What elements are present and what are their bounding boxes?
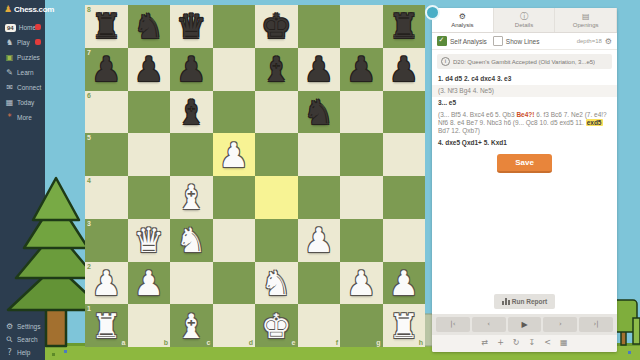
sidebar-item-label: Today — [17, 99, 34, 106]
square-h4[interactable] — [383, 176, 426, 219]
square-c7[interactable]: ♟ — [170, 48, 213, 91]
sidebar-item-today[interactable]: ▦Today — [0, 95, 45, 110]
rank-label: 7 — [87, 49, 91, 56]
square-g4[interactable] — [340, 176, 383, 219]
report-chart-icon — [502, 298, 509, 305]
sidebar-item-label: Puzzles — [17, 54, 40, 61]
play-knight-icon: ♞ — [5, 38, 14, 47]
square-e7[interactable]: ♝ — [255, 48, 298, 91]
square-c2[interactable] — [170, 262, 213, 305]
move-text[interactable]: (3. Nf3 Bg4 4. Ne5) — [438, 87, 494, 94]
square-g2[interactable]: ♟ — [340, 262, 383, 305]
tab-openings[interactable]: ▤Openings — [555, 8, 617, 32]
sidebar-item-label: Help — [17, 349, 30, 356]
square-e8[interactable]: ♚ — [255, 5, 298, 48]
move-navigation-bar: |‹‹▶››| — [432, 314, 617, 335]
square-g1[interactable]: g — [340, 304, 383, 347]
black-bishop-e7[interactable]: ♝ — [261, 52, 291, 86]
square-c4[interactable]: ♝ — [170, 176, 213, 219]
square-a4[interactable]: 4 — [85, 176, 128, 219]
sidebar-item-help[interactable]: ?Help — [0, 346, 45, 359]
square-c5[interactable] — [170, 133, 213, 176]
move-text[interactable]: 4. dxe5 Qxd1+ 5. Kxd1 — [438, 139, 507, 146]
add-icon[interactable]: + — [497, 339, 504, 347]
move-list[interactable]: 1. d4 d5 2. c4 dxc4 3. e3(3. Nf3 Bg4 4. … — [432, 72, 617, 150]
sidebar-item-more[interactable]: *More — [0, 110, 45, 125]
sidebar-item-label: Play — [17, 39, 30, 46]
black-pawn-f7[interactable]: ♟ — [304, 52, 334, 86]
square-h7[interactable]: ♟ — [383, 48, 426, 91]
square-c8[interactable]: ♛ — [170, 5, 213, 48]
move-text[interactable]: 3... e5 — [438, 99, 456, 106]
panel-spacer — [432, 179, 617, 291]
checkbox-box — [437, 36, 447, 46]
square-d3[interactable] — [213, 219, 256, 262]
square-c1[interactable]: c♝ — [170, 304, 213, 347]
square-g7[interactable]: ♟ — [340, 48, 383, 91]
square-b1[interactable]: b — [128, 304, 171, 347]
chess-board[interactable]: 8♜♞♛♚♜7♟♟♟♝♟♟♟6♝♞5♟4♝3♛♞♟2♟♟♞♟♟1a♜bc♝de♚… — [85, 5, 425, 347]
go-to-start-button[interactable]: |‹ — [436, 317, 470, 332]
square-h3[interactable] — [383, 219, 426, 262]
opening-name: D20: Queen's Gambit Accepted (Old Variat… — [453, 59, 595, 65]
play-button[interactable]: ▶ — [508, 317, 542, 332]
white-bishop-c1[interactable]: ♝ — [176, 309, 206, 343]
home-badge: 94 — [5, 24, 16, 32]
square-b2[interactable]: ♟ — [128, 262, 171, 305]
rank-label: 1 — [87, 305, 91, 312]
white-bishop-c4[interactable]: ♝ — [176, 180, 206, 214]
analysis-icon: ⚙ — [459, 13, 466, 21]
sidebar-footer: ⚙Settings⚲Search?Help — [0, 320, 45, 359]
square-b3[interactable]: ♛ — [128, 219, 171, 262]
white-pawn-b2[interactable]: ♟ — [134, 266, 164, 300]
learn-icon: ✎ — [5, 68, 14, 77]
panel-tabs: ⚙AnalysisⓘDetails▤Openings — [432, 8, 617, 33]
white-pawn-h2[interactable]: ♟ — [389, 266, 419, 300]
square-d2[interactable] — [213, 262, 256, 305]
rank-label: 8 — [87, 6, 91, 13]
tab-label: Analysis — [451, 22, 473, 28]
self-analysis-checkbox[interactable]: Self Analysis — [437, 36, 487, 46]
square-a6[interactable]: 6 — [85, 91, 128, 134]
logo-text: Chess.com — [14, 5, 54, 14]
black-knight-f6[interactable]: ♞ — [304, 95, 334, 129]
show-lines-label: Show Lines — [506, 38, 540, 45]
file-label: g — [376, 339, 380, 346]
run-report-label: Run Report — [512, 298, 547, 305]
square-g8[interactable] — [340, 5, 383, 48]
run-report-button[interactable]: Run Report — [494, 294, 555, 309]
go-to-end-button[interactable]: ›| — [579, 317, 613, 332]
file-label: d — [249, 339, 253, 346]
flip-board-icon[interactable]: ⇄ — [481, 339, 488, 347]
opening-name-bar[interactable]: i D20: Queen's Gambit Accepted (Old Vari… — [437, 54, 612, 69]
square-e5[interactable] — [255, 133, 298, 176]
sidebar-item-play[interactable]: ♞Play — [0, 35, 45, 50]
square-d6[interactable] — [213, 91, 256, 134]
file-label: a — [122, 339, 126, 346]
share-icon[interactable]: < — [544, 339, 551, 347]
tab-details[interactable]: ⓘDetails — [494, 8, 556, 32]
square-a1[interactable]: 1a♜ — [85, 304, 128, 347]
white-pawn-f3[interactable]: ♟ — [304, 223, 334, 257]
engine-settings-gear-icon[interactable]: ⚙ — [605, 37, 612, 46]
square-c6[interactable]: ♝ — [170, 91, 213, 134]
square-d4[interactable] — [213, 176, 256, 219]
settings-gear-icon: ⚙ — [5, 322, 14, 331]
sidebar-item-connect[interactable]: ✉Connect — [0, 80, 45, 95]
sidebar: ♟ Chess.com 94Home♞Play▣Puzzles✎Learn✉Co… — [0, 0, 45, 360]
info-icon: i — [441, 57, 450, 66]
white-rook-a1[interactable]: ♜ — [91, 309, 121, 343]
show-lines-checkbox[interactable]: Show Lines — [493, 36, 540, 46]
sidebar-item-settings[interactable]: ⚙Settings — [0, 320, 45, 333]
engine-depth: depth=18 ⚙ — [577, 37, 612, 46]
analysis-options: Self Analysis Show Lines depth=18 ⚙ — [432, 33, 617, 50]
square-g3[interactable] — [340, 219, 383, 262]
file-label: b — [164, 339, 168, 346]
white-knight-e2[interactable]: ♞ — [261, 266, 291, 300]
analysis-panel: ⚙AnalysisⓘDetails▤Openings Self Analysis… — [432, 8, 617, 352]
square-h1[interactable]: h♜ — [383, 304, 426, 347]
save-button[interactable]: Save — [497, 154, 552, 173]
black-pawn-b7[interactable]: ♟ — [134, 52, 164, 86]
tab-label: Details — [515, 22, 533, 28]
move-text[interactable]: (3... Bf5 4. Bxc4 e6 5. Qb3 — [438, 111, 516, 118]
square-f3[interactable]: ♟ — [298, 219, 341, 262]
move-line[interactable]: 1. d4 d5 2. c4 dxc4 3. e3 — [432, 73, 617, 85]
sidebar-item-label: Home — [19, 24, 36, 31]
square-c3[interactable]: ♞ — [170, 219, 213, 262]
white-pawn-d5[interactable]: ♟ — [219, 138, 249, 172]
square-a7[interactable]: 7♟ — [85, 48, 128, 91]
notification-badge — [35, 24, 41, 30]
square-a2[interactable]: 2♟ — [85, 262, 128, 305]
white-pawn-a2[interactable]: ♟ — [91, 266, 121, 300]
boards-icon[interactable]: ▦ — [560, 339, 568, 347]
previous-move-button[interactable]: ‹ — [472, 317, 506, 332]
black-pawn-h7[interactable]: ♟ — [389, 52, 419, 86]
rank-label: 2 — [87, 263, 91, 270]
app-window: ♟ Chess.com 94Home♞Play▣Puzzles✎Learn✉Co… — [0, 0, 640, 360]
sidebar-item-home[interactable]: 94Home — [0, 20, 45, 35]
search-icon: ⚲ — [3, 333, 16, 346]
move-text[interactable]: Bd7 12. Qxb7) — [438, 127, 480, 134]
square-h6[interactable] — [383, 91, 426, 134]
sidebar-item-learn[interactable]: ✎Learn — [0, 65, 45, 80]
openings-book-icon: ▤ — [582, 13, 590, 21]
square-d5[interactable]: ♟ — [213, 133, 256, 176]
black-pawn-a7[interactable]: ♟ — [91, 52, 121, 86]
sidebar-item-search[interactable]: ⚲Search — [0, 333, 45, 346]
black-rook-h8[interactable]: ♜ — [389, 9, 419, 43]
square-b5[interactable] — [128, 133, 171, 176]
square-g6[interactable] — [340, 91, 383, 134]
square-e1[interactable]: e♚ — [255, 304, 298, 347]
download-icon[interactable]: ↧ — [529, 339, 536, 347]
logo-pawn-icon: ♟ — [4, 5, 12, 14]
square-b4[interactable] — [128, 176, 171, 219]
square-b7[interactable]: ♟ — [128, 48, 171, 91]
square-g5[interactable] — [340, 133, 383, 176]
black-king-e8[interactable]: ♚ — [261, 9, 291, 43]
chesscom-logo[interactable]: ♟ Chess.com — [0, 0, 45, 20]
move-line[interactable]: 4. dxe5 Qxd1+ 5. Kxd1 — [432, 137, 617, 149]
variation-line[interactable]: (3. Nf3 Bg4 4. Ne5) — [432, 85, 617, 97]
square-f6[interactable]: ♞ — [298, 91, 341, 134]
file-label: e — [292, 339, 296, 346]
black-bishop-c6[interactable]: ♝ — [176, 95, 206, 129]
white-rook-h1[interactable]: ♜ — [389, 309, 419, 343]
more-icon: * — [5, 113, 14, 122]
square-b8[interactable]: ♞ — [128, 5, 171, 48]
current-move[interactable]: exd5 — [586, 119, 603, 126]
black-pawn-c7[interactable]: ♟ — [176, 52, 206, 86]
help-icon: ? — [5, 348, 14, 357]
move-text[interactable]: 1. d4 d5 2. c4 dxc4 3. e3 — [438, 75, 511, 82]
rank-label: 5 — [87, 134, 91, 141]
black-queen-c8[interactable]: ♛ — [176, 9, 206, 43]
black-rook-a8[interactable]: ♜ — [91, 9, 121, 43]
square-d8[interactable] — [213, 5, 256, 48]
square-f4[interactable] — [298, 176, 341, 219]
square-f2[interactable] — [298, 262, 341, 305]
sidebar-item-label: Settings — [17, 323, 41, 330]
square-h5[interactable] — [383, 133, 426, 176]
depth-value: depth=18 — [577, 38, 602, 44]
white-king-e1[interactable]: ♚ — [261, 309, 291, 343]
file-label: c — [207, 339, 211, 346]
white-queen-b3[interactable]: ♛ — [134, 223, 164, 257]
white-knight-c3[interactable]: ♞ — [176, 223, 206, 257]
white-pawn-g2[interactable]: ♟ — [346, 266, 376, 300]
square-h2[interactable]: ♟ — [383, 262, 426, 305]
panel-collapse-button[interactable] — [425, 5, 440, 20]
square-f1[interactable]: f — [298, 304, 341, 347]
move-text[interactable]: Be4?! — [516, 111, 534, 118]
sidebar-item-label: Learn — [17, 69, 34, 76]
square-h8[interactable]: ♜ — [383, 5, 426, 48]
square-e6[interactable] — [255, 91, 298, 134]
square-a3[interactable]: 3 — [85, 219, 128, 262]
tab-analysis[interactable]: ⚙Analysis — [432, 8, 494, 32]
file-label: h — [419, 339, 423, 346]
connect-icon: ✉ — [5, 83, 14, 92]
next-move-button[interactable]: › — [543, 317, 577, 332]
black-knight-b8[interactable]: ♞ — [134, 9, 164, 43]
sidebar-item-label: Search — [17, 336, 38, 343]
square-f8[interactable] — [298, 5, 341, 48]
square-b6[interactable] — [128, 91, 171, 134]
sidebar-item-label: Connect — [17, 84, 41, 91]
puzzles-icon: ▣ — [5, 53, 14, 62]
move-line[interactable]: 3... e5 — [432, 97, 617, 109]
details-info-icon: ⓘ — [520, 13, 528, 21]
notification-badge — [35, 39, 41, 45]
square-e4[interactable] — [255, 176, 298, 219]
rank-label: 6 — [87, 92, 91, 99]
sidebar-item-puzzles[interactable]: ▣Puzzles — [0, 50, 45, 65]
reset-icon[interactable]: ↻ — [513, 339, 520, 347]
rank-label: 4 — [87, 177, 91, 184]
square-d7[interactable] — [213, 48, 256, 91]
square-e3[interactable] — [255, 219, 298, 262]
self-analysis-label: Self Analysis — [450, 38, 487, 45]
today-icon: ▦ — [5, 98, 14, 107]
checkbox-box — [493, 36, 503, 46]
black-pawn-g7[interactable]: ♟ — [346, 52, 376, 86]
square-d1[interactable]: d — [213, 304, 256, 347]
square-f5[interactable] — [298, 133, 341, 176]
sidebar-item-label: More — [17, 114, 32, 121]
square-a5[interactable]: 5 — [85, 133, 128, 176]
tab-label: Openings — [573, 22, 599, 28]
panel-footer-icons: ⇄+↻↧<▦ — [432, 335, 617, 352]
variation-line[interactable]: (3... Bf5 4. Bxc4 e6 5. Qb3 Be4?! 6. f3 … — [432, 109, 617, 137]
file-label: f — [336, 339, 338, 346]
square-e2[interactable]: ♞ — [255, 262, 298, 305]
rank-label: 3 — [87, 220, 91, 227]
square-a8[interactable]: 8♜ — [85, 5, 128, 48]
square-f7[interactable]: ♟ — [298, 48, 341, 91]
